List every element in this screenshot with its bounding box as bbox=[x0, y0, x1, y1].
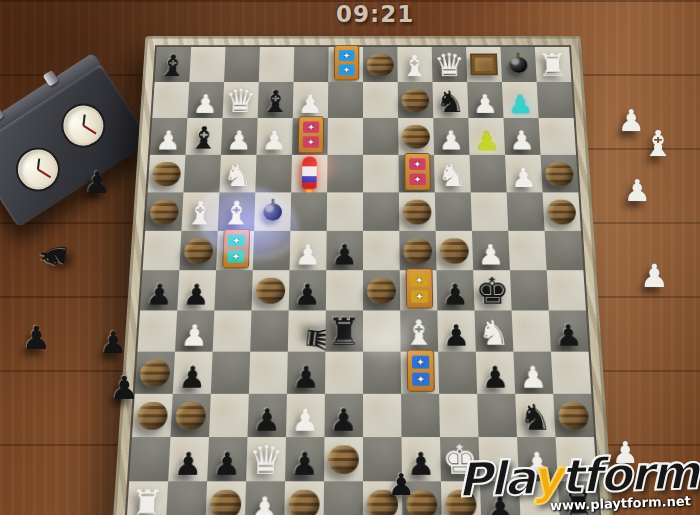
square-r10c7[interactable] bbox=[363, 394, 402, 437]
square-r7c11[interactable] bbox=[510, 270, 549, 310]
square-r2c4[interactable]: ♝ bbox=[258, 82, 294, 118]
square-r4c10[interactable] bbox=[470, 155, 507, 193]
square-r9c9[interactable] bbox=[438, 352, 477, 394]
barrel-obstacle bbox=[545, 162, 574, 186]
black-king[interactable]: ♚ bbox=[473, 273, 511, 309]
square-r4c3[interactable]: ♞ bbox=[219, 155, 256, 193]
square-r3c8[interactable] bbox=[398, 118, 434, 155]
square-r11c5[interactable]: ♟ bbox=[285, 437, 324, 481]
square-r2c6[interactable] bbox=[328, 82, 363, 118]
square-r5c2[interactable]: ♝ bbox=[181, 192, 219, 230]
square-r5c10[interactable] bbox=[471, 192, 509, 230]
barrel-obstacle bbox=[210, 490, 242, 515]
square-r10c9[interactable] bbox=[439, 394, 478, 437]
square-r4c8[interactable]: ✦✦ bbox=[399, 155, 435, 193]
square-r12c3[interactable] bbox=[205, 481, 246, 515]
powerup-icon: ✦ bbox=[412, 373, 430, 386]
square-r7c3[interactable] bbox=[214, 270, 252, 310]
powerup-icon: ✦ bbox=[303, 121, 319, 132]
square-r9c2[interactable]: ♟ bbox=[173, 352, 213, 394]
captured-white-pawn: ♟ bbox=[618, 106, 645, 136]
powerup-icon: ✦ bbox=[412, 355, 430, 368]
square-r8c1[interactable] bbox=[137, 310, 177, 351]
powerup-gold-shield-totem: ✦✦ bbox=[406, 268, 434, 308]
square-r10c10[interactable] bbox=[477, 394, 517, 437]
barrel-obstacle bbox=[403, 200, 432, 225]
square-r6c8[interactable] bbox=[399, 231, 436, 270]
black-pawn[interactable]: ♟ bbox=[248, 405, 287, 436]
white-pawn[interactable]: ♟ bbox=[290, 241, 327, 269]
barrel-obstacle bbox=[175, 402, 206, 430]
square-r11c7[interactable] bbox=[363, 437, 402, 481]
square-r3c12[interactable] bbox=[539, 118, 576, 155]
white-pawn[interactable]: ♟ bbox=[468, 91, 504, 117]
square-r2c5[interactable]: ♟ bbox=[293, 82, 328, 118]
barrel-obstacle bbox=[289, 490, 320, 515]
square-r5c12[interactable] bbox=[543, 192, 581, 230]
square-r6c10[interactable]: ♟ bbox=[472, 231, 510, 270]
square-r5c4[interactable] bbox=[254, 192, 291, 230]
square-r9c10[interactable]: ♟ bbox=[476, 352, 515, 394]
black-knight[interactable]: ♞ bbox=[515, 400, 555, 436]
white-pawn[interactable]: ♟ bbox=[472, 241, 510, 269]
square-r10c4[interactable]: ♟ bbox=[247, 394, 286, 437]
square-r6c4[interactable] bbox=[253, 231, 291, 270]
black-pawn[interactable]: ♟ bbox=[326, 241, 363, 269]
square-r6c9[interactable] bbox=[436, 231, 474, 270]
black-rook[interactable]: ♜ bbox=[325, 313, 363, 350]
square-r7c6[interactable] bbox=[326, 270, 363, 310]
square-r3c5[interactable]: ✦✦ bbox=[292, 118, 328, 155]
square-r8c4[interactable] bbox=[250, 310, 288, 351]
square-r10c5[interactable]: ♟ bbox=[286, 394, 325, 437]
square-r1c1[interactable]: ♝ bbox=[155, 47, 192, 82]
square-r10c8[interactable] bbox=[401, 394, 440, 437]
square-r1c10[interactable] bbox=[466, 47, 502, 82]
square-r10c1[interactable] bbox=[132, 394, 173, 437]
square-r3c7[interactable] bbox=[363, 118, 399, 155]
square-r7c4[interactable] bbox=[252, 270, 290, 310]
captured-white-pawn: ♟ bbox=[640, 260, 669, 292]
square-r8c12[interactable]: ♟ bbox=[549, 310, 589, 351]
black-pawn[interactable]: ♟ bbox=[285, 449, 324, 481]
square-r8c11[interactable] bbox=[512, 310, 551, 351]
square-r8c8[interactable]: ♝ bbox=[400, 310, 438, 351]
white-pawn[interactable]: ♟ bbox=[505, 165, 542, 192]
square-r11c6[interactable] bbox=[324, 437, 363, 481]
chess-board: ♝✦✦♝♛♜♟♛♝♟♞♟♟♟♝♟♟✦✦♟♟♟♞✦✦♞♟♝♝✦✦♟♟♟♟♟♟✦✦♟… bbox=[111, 36, 614, 515]
white-queen[interactable]: ♛ bbox=[246, 440, 286, 480]
square-r6c1[interactable] bbox=[143, 231, 182, 270]
powerup-icon: ✦ bbox=[339, 50, 355, 61]
white-rook[interactable]: ♜ bbox=[126, 484, 168, 515]
barrel-obstacle bbox=[558, 402, 590, 430]
square-r3c11[interactable]: ♟ bbox=[503, 118, 540, 155]
barrel-obstacle bbox=[367, 54, 394, 77]
square-r5c5[interactable] bbox=[290, 192, 327, 230]
square-r10c2[interactable] bbox=[170, 394, 210, 437]
crate-obstacle bbox=[470, 54, 498, 76]
square-r4c9[interactable]: ♞ bbox=[434, 155, 471, 193]
black-pawn[interactable]: ♟ bbox=[287, 363, 325, 393]
black-pawn[interactable]: ♟ bbox=[177, 281, 215, 310]
square-r4c7[interactable] bbox=[363, 155, 399, 193]
square-r12c5[interactable] bbox=[284, 481, 324, 515]
black-bishop[interactable]: ♝ bbox=[258, 87, 294, 117]
white-pawn[interactable]: ♟ bbox=[221, 128, 257, 154]
black-bishop[interactable]: ♝ bbox=[155, 52, 191, 81]
black-pawn[interactable]: ♟ bbox=[476, 363, 515, 393]
square-r9c4[interactable] bbox=[249, 352, 288, 394]
powerup-icon: ✦ bbox=[227, 251, 244, 263]
white-pawn[interactable]: ♟ bbox=[504, 128, 541, 154]
square-r5c11[interactable] bbox=[507, 192, 545, 230]
square-r5c8[interactable] bbox=[399, 192, 436, 230]
powerup-red-rune-totem: ✦✦ bbox=[298, 116, 324, 153]
black-pawn[interactable]: ♟ bbox=[437, 281, 475, 310]
square-r6c12[interactable] bbox=[545, 231, 584, 270]
white-pawn[interactable]: ♟ bbox=[175, 321, 214, 351]
black-pawn[interactable]: ♟ bbox=[140, 281, 179, 310]
square-r6c3[interactable]: ✦✦ bbox=[216, 231, 254, 270]
square-r3c3[interactable]: ♟ bbox=[221, 118, 258, 155]
powerup-icon: ✦ bbox=[411, 291, 428, 304]
black-knight[interactable]: ♞ bbox=[433, 87, 469, 117]
square-r1c2[interactable] bbox=[189, 47, 225, 82]
white-pawn[interactable]: ♟ bbox=[257, 128, 293, 154]
square-r3c2[interactable]: ♝ bbox=[185, 118, 222, 155]
square-r9c12[interactable] bbox=[551, 352, 591, 394]
square-r6c11[interactable] bbox=[508, 231, 546, 270]
square-r3c10[interactable]: ♟ bbox=[468, 118, 505, 155]
square-r10c11[interactable]: ♞ bbox=[515, 394, 555, 437]
barrel-obstacle bbox=[440, 238, 469, 263]
square-r8c6[interactable]: ♜ bbox=[325, 310, 363, 351]
square-r9c5[interactable]: ♟ bbox=[287, 352, 325, 394]
white-bishop[interactable]: ♝ bbox=[397, 52, 432, 81]
square-r8c10[interactable]: ♞ bbox=[474, 310, 513, 351]
barrel-obstacle bbox=[367, 490, 398, 515]
barrel-obstacle bbox=[328, 445, 359, 473]
powerup-icon: ✦ bbox=[409, 174, 426, 186]
square-r6c6[interactable]: ♟ bbox=[326, 231, 363, 270]
captured-black-knight: ♞ bbox=[34, 237, 73, 273]
white-knight[interactable]: ♞ bbox=[219, 160, 256, 191]
square-r1c9[interactable]: ♛ bbox=[432, 47, 467, 82]
square-r8c2[interactable]: ♟ bbox=[175, 310, 214, 351]
barrel-obstacle bbox=[403, 238, 432, 263]
powerup-icon: ✦ bbox=[409, 158, 426, 170]
square-r12c2[interactable] bbox=[166, 481, 207, 515]
square-r9c1[interactable] bbox=[135, 352, 175, 394]
square-r10c6[interactable]: ♟ bbox=[324, 394, 363, 437]
square-r4c11[interactable]: ♟ bbox=[505, 155, 543, 193]
black-pawn[interactable]: ♟ bbox=[168, 449, 208, 481]
square-r2c2[interactable]: ♟ bbox=[187, 82, 224, 118]
square-r3c6[interactable] bbox=[327, 118, 363, 155]
square-r1c6[interactable]: ✦✦ bbox=[328, 47, 363, 82]
game-screen: 09:21 ♝✦✦♝♛♜♟♛♝♟♞♟♟♟♝♟♟✦✦♟♟♟♞✦✦♞♟♝♝✦✦♟♟♟… bbox=[0, 0, 700, 515]
captured-white-pawn: ♟ bbox=[624, 176, 651, 206]
powerup-red-rune-totem: ✦✦ bbox=[404, 153, 431, 191]
captured-black-pawn: ♟ bbox=[100, 328, 127, 358]
powerup-blue-flame-totem: ✦✦ bbox=[334, 45, 359, 80]
square-r7c8[interactable]: ✦✦ bbox=[400, 270, 438, 310]
square-r8c5[interactable]: ♛ bbox=[288, 310, 326, 351]
clock-knob bbox=[43, 70, 59, 87]
yellow-robot-piece[interactable]: ♟ bbox=[469, 129, 505, 154]
bomb-piece bbox=[263, 203, 282, 220]
square-r1c4[interactable] bbox=[259, 47, 294, 82]
teal-robot-piece[interactable]: ♟ bbox=[502, 93, 538, 117]
barrel-obstacle bbox=[367, 278, 396, 304]
square-r2c11[interactable]: ♟ bbox=[502, 82, 539, 118]
clock-knob bbox=[0, 105, 4, 122]
square-r6c7[interactable] bbox=[363, 231, 400, 270]
barrel-obstacle bbox=[184, 238, 214, 263]
square-r2c1[interactable] bbox=[152, 82, 189, 118]
square-r4c4[interactable] bbox=[255, 155, 292, 193]
square-r7c5[interactable]: ♟ bbox=[289, 270, 327, 310]
white-knight[interactable]: ♞ bbox=[434, 160, 471, 191]
square-r9c3[interactable] bbox=[211, 352, 250, 394]
black-pawn[interactable]: ♟ bbox=[173, 363, 212, 393]
square-r3c1[interactable]: ♟ bbox=[150, 118, 187, 155]
square-r1c11[interactable] bbox=[500, 47, 536, 82]
square-r10c12[interactable] bbox=[553, 394, 594, 437]
barrel-obstacle bbox=[137, 402, 169, 430]
square-r9c7[interactable] bbox=[363, 352, 401, 394]
square-r6c2[interactable] bbox=[179, 231, 217, 270]
black-pawn[interactable]: ♟ bbox=[289, 281, 326, 310]
square-r7c1[interactable]: ♟ bbox=[140, 270, 179, 310]
square-r4c1[interactable] bbox=[148, 155, 186, 193]
white-bishop[interactable]: ♝ bbox=[181, 198, 219, 230]
bomb-piece bbox=[509, 57, 528, 73]
barrel-obstacle bbox=[152, 162, 181, 186]
square-r7c2[interactable]: ♟ bbox=[177, 270, 216, 310]
square-r9c6[interactable] bbox=[325, 352, 363, 394]
barrel-obstacle bbox=[402, 125, 430, 149]
black-pawn[interactable]: ♟ bbox=[438, 321, 476, 351]
square-r8c9[interactable]: ♟ bbox=[437, 310, 475, 351]
square-r7c10[interactable]: ♚ bbox=[473, 270, 511, 310]
captured-black-pawn: ♟ bbox=[22, 322, 51, 354]
white-bishop[interactable]: ♝ bbox=[218, 198, 255, 230]
square-r7c7[interactable] bbox=[363, 270, 400, 310]
square-r3c9[interactable]: ♟ bbox=[433, 118, 469, 155]
square-r2c8[interactable] bbox=[398, 82, 433, 118]
square-r7c9[interactable]: ♟ bbox=[436, 270, 474, 310]
rocket-piece[interactable] bbox=[302, 157, 317, 189]
square-r4c2[interactable] bbox=[183, 155, 221, 193]
powerup-icon: ✦ bbox=[228, 234, 245, 246]
clock-dial-black bbox=[7, 139, 68, 200]
square-r4c12[interactable] bbox=[541, 155, 579, 193]
white-rook[interactable]: ♜ bbox=[535, 49, 571, 81]
square-r3c4[interactable]: ♟ bbox=[256, 118, 292, 155]
white-pawn[interactable]: ♟ bbox=[150, 128, 187, 154]
powerup-teal-cross-totem: ✦✦ bbox=[222, 229, 250, 268]
white-pawn[interactable]: ♟ bbox=[187, 91, 223, 117]
square-r12c7[interactable] bbox=[363, 481, 402, 515]
square-r8c3[interactable] bbox=[213, 310, 252, 351]
square-r7c12[interactable] bbox=[547, 270, 586, 310]
square-r12c1[interactable]: ♜ bbox=[126, 481, 168, 515]
square-r12c4[interactable]: ♟ bbox=[245, 481, 285, 515]
barrel-obstacle bbox=[547, 200, 577, 225]
barrel-obstacle bbox=[402, 89, 430, 112]
powerup-blue-sun-totem: ✦✦ bbox=[407, 350, 435, 392]
black-pawn[interactable]: ♟ bbox=[325, 405, 363, 436]
square-r11c1[interactable] bbox=[129, 437, 170, 481]
black-pawn[interactable]: ♟ bbox=[549, 321, 588, 351]
barrel-obstacle bbox=[256, 278, 286, 304]
white-pawn[interactable]: ♟ bbox=[286, 405, 325, 436]
square-r11c4[interactable]: ♛ bbox=[246, 437, 286, 481]
captured-white-bishop: ♝ bbox=[642, 126, 674, 162]
square-r2c7[interactable] bbox=[363, 82, 398, 118]
square-r4c6[interactable] bbox=[327, 155, 363, 193]
square-r8c7[interactable] bbox=[363, 310, 401, 351]
barrel-obstacle bbox=[149, 200, 179, 225]
board-grid: ♝✦✦♝♛♜♟♛♝♟♞♟♟♟♝♟♟✦✦♟♟♟♞✦✦♞♟♝♝✦✦♟♟♟♟♟♟✦✦♟… bbox=[126, 47, 599, 515]
square-r10c3[interactable] bbox=[209, 394, 249, 437]
clock-dial-white bbox=[53, 95, 114, 156]
square-r2c12[interactable] bbox=[537, 82, 574, 118]
square-r1c3[interactable] bbox=[224, 47, 260, 82]
white-pawn[interactable]: ♟ bbox=[433, 128, 469, 154]
square-r2c9[interactable]: ♞ bbox=[432, 82, 468, 118]
square-r9c11[interactable]: ♟ bbox=[513, 352, 553, 394]
square-r1c8[interactable]: ♝ bbox=[397, 47, 432, 82]
square-r11c3[interactable]: ♟ bbox=[207, 437, 247, 481]
square-r2c3[interactable]: ♛ bbox=[223, 82, 259, 118]
square-r5c3[interactable]: ♝ bbox=[218, 192, 256, 230]
powerup-icon: ✦ bbox=[303, 137, 319, 148]
white-queen[interactable]: ♛ bbox=[432, 49, 467, 81]
square-r9c8[interactable]: ✦✦ bbox=[401, 352, 439, 394]
square-r5c9[interactable] bbox=[435, 192, 472, 230]
white-knight[interactable]: ♞ bbox=[475, 316, 514, 350]
watermark: Playtform www.playtform.net bbox=[417, 444, 699, 515]
square-r1c7[interactable] bbox=[363, 47, 398, 82]
white-pawn[interactable]: ♟ bbox=[245, 493, 285, 515]
game-timer: 09:21 bbox=[336, 1, 414, 27]
black-bishop[interactable]: ♝ bbox=[186, 123, 223, 154]
board-frame: ♝✦✦♝♛♜♟♛♝♟♞♟♟♟♝♟♟✦✦♟♟♟♞✦✦♞♟♝♝✦✦♟♟♟♟♟♟✦✦♟… bbox=[111, 36, 614, 515]
watermark-accent-letter: y bbox=[531, 449, 562, 505]
powerup-icon: ✦ bbox=[411, 274, 428, 286]
square-r5c1[interactable] bbox=[145, 192, 183, 230]
square-r1c5[interactable] bbox=[294, 47, 329, 82]
black-pawn[interactable]: ♟ bbox=[207, 449, 247, 481]
powerup-icon: ✦ bbox=[339, 65, 355, 76]
square-r5c6[interactable] bbox=[327, 192, 363, 230]
white-pawn[interactable]: ♟ bbox=[293, 91, 328, 117]
square-r1c12[interactable]: ♜ bbox=[535, 47, 572, 82]
square-r4c5[interactable] bbox=[291, 155, 327, 193]
square-r2c10[interactable]: ♟ bbox=[467, 82, 503, 118]
white-bishop[interactable]: ♝ bbox=[400, 316, 438, 350]
square-r5c7[interactable] bbox=[363, 192, 399, 230]
square-r12c6[interactable] bbox=[324, 481, 363, 515]
white-queen[interactable]: ♛ bbox=[223, 85, 259, 118]
square-r11c2[interactable]: ♟ bbox=[168, 437, 209, 481]
chess-clock bbox=[0, 63, 151, 228]
white-pawn[interactable]: ♟ bbox=[514, 363, 553, 393]
square-r6c5[interactable]: ♟ bbox=[290, 231, 327, 270]
barrel-obstacle bbox=[139, 360, 170, 387]
